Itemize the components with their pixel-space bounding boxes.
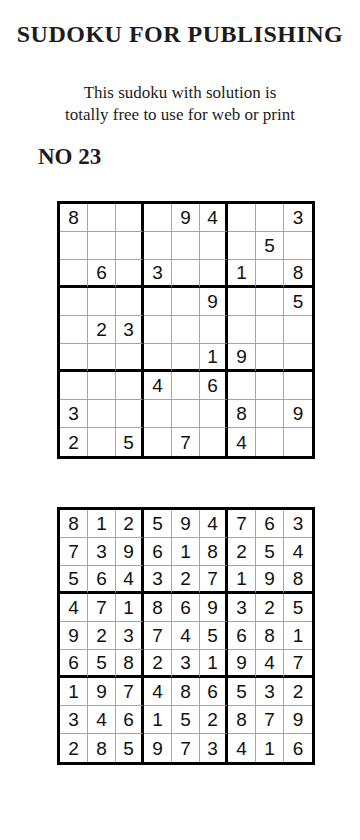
puzzle-cell-r8c7: 8 bbox=[228, 400, 256, 428]
solution-cell-r7c2: 9 bbox=[88, 678, 116, 706]
solution-cell-r7c1: 1 bbox=[60, 678, 88, 706]
puzzle-cell-r7c7 bbox=[228, 372, 256, 400]
solution-cell-r3c5: 2 bbox=[172, 566, 200, 594]
puzzle-cell-r4c1 bbox=[60, 288, 88, 316]
solution-cell-r8c8: 7 bbox=[256, 706, 284, 734]
puzzle-cell-r8c2 bbox=[88, 400, 116, 428]
solution-cell-r1c9: 3 bbox=[284, 510, 312, 538]
puzzle-cell-r5c5 bbox=[172, 316, 200, 344]
solution-cell-r5c9: 1 bbox=[284, 622, 312, 650]
puzzle-cell-r5c2: 2 bbox=[88, 316, 116, 344]
subtitle-line2: totally free to use for web or print bbox=[65, 105, 295, 124]
solution-cell-r4c7: 3 bbox=[228, 594, 256, 622]
solution-cell-r7c3: 7 bbox=[116, 678, 144, 706]
solution-cell-r2c5: 1 bbox=[172, 538, 200, 566]
solution-cell-r4c5: 6 bbox=[172, 594, 200, 622]
solution-cell-r4c4: 8 bbox=[144, 594, 172, 622]
solution-cell-r1c6: 4 bbox=[200, 510, 228, 538]
puzzle-cell-r4c6: 9 bbox=[200, 288, 228, 316]
solution-cell-r9c7: 4 bbox=[228, 734, 256, 762]
solution-cell-r3c3: 4 bbox=[116, 566, 144, 594]
puzzle-cell-r7c3 bbox=[116, 372, 144, 400]
solution-cell-r4c6: 9 bbox=[200, 594, 228, 622]
puzzle-cell-r9c2 bbox=[88, 428, 116, 456]
puzzle-cell-r1c4 bbox=[144, 204, 172, 232]
solution-cell-r2c9: 4 bbox=[284, 538, 312, 566]
page-title: SUDOKU FOR PUBLISHING bbox=[0, 21, 360, 48]
solution-cell-r8c3: 6 bbox=[116, 706, 144, 734]
puzzle-cell-r8c4 bbox=[144, 400, 172, 428]
puzzle-cell-r3c7: 1 bbox=[228, 260, 256, 288]
solution-cell-r5c5: 4 bbox=[172, 622, 200, 650]
solution-cell-r8c2: 4 bbox=[88, 706, 116, 734]
puzzle-cell-r2c7 bbox=[228, 232, 256, 260]
puzzle-cell-r5c9 bbox=[284, 316, 312, 344]
puzzle-cell-r9c9 bbox=[284, 428, 312, 456]
puzzle-cell-r6c2 bbox=[88, 344, 116, 372]
puzzle-cell-r3c1 bbox=[60, 260, 88, 288]
puzzle-cell-r8c3 bbox=[116, 400, 144, 428]
puzzle-cell-r6c4 bbox=[144, 344, 172, 372]
solution-cell-r6c4: 2 bbox=[144, 650, 172, 678]
solution-cell-r7c5: 8 bbox=[172, 678, 200, 706]
solution-cell-r2c6: 8 bbox=[200, 538, 228, 566]
solution-cell-r9c1: 2 bbox=[60, 734, 88, 762]
solution-cell-r4c9: 5 bbox=[284, 594, 312, 622]
puzzle-cell-r3c5 bbox=[172, 260, 200, 288]
puzzle-cell-r2c6 bbox=[200, 232, 228, 260]
solution-cell-r9c4: 9 bbox=[144, 734, 172, 762]
puzzle-cell-r6c6: 1 bbox=[200, 344, 228, 372]
solution-cell-r6c2: 5 bbox=[88, 650, 116, 678]
puzzle-cell-r4c5 bbox=[172, 288, 200, 316]
puzzle-cell-r7c6: 6 bbox=[200, 372, 228, 400]
solution-cell-r3c6: 7 bbox=[200, 566, 228, 594]
solution-cell-r2c1: 7 bbox=[60, 538, 88, 566]
puzzle-cell-r2c1 bbox=[60, 232, 88, 260]
puzzle-cell-r6c8 bbox=[256, 344, 284, 372]
puzzle-cell-r6c9 bbox=[284, 344, 312, 372]
solution-cell-r7c8: 3 bbox=[256, 678, 284, 706]
solution-cell-r9c2: 8 bbox=[88, 734, 116, 762]
solution-cell-r3c2: 6 bbox=[88, 566, 116, 594]
solution-cell-r6c1: 6 bbox=[60, 650, 88, 678]
solution-cell-r6c8: 4 bbox=[256, 650, 284, 678]
solution-cell-r2c4: 6 bbox=[144, 538, 172, 566]
puzzle-cell-r3c6 bbox=[200, 260, 228, 288]
puzzle-cell-r7c4: 4 bbox=[144, 372, 172, 400]
puzzle-cell-r1c9: 3 bbox=[284, 204, 312, 232]
solution-cell-r7c9: 2 bbox=[284, 678, 312, 706]
solution-cell-r4c3: 1 bbox=[116, 594, 144, 622]
puzzle-cell-r4c2 bbox=[88, 288, 116, 316]
puzzle-cell-r4c4 bbox=[144, 288, 172, 316]
solution-cell-r6c3: 8 bbox=[116, 650, 144, 678]
solution-cell-r9c3: 5 bbox=[116, 734, 144, 762]
puzzle-cell-r5c4 bbox=[144, 316, 172, 344]
solution-cell-r5c2: 2 bbox=[88, 622, 116, 650]
puzzle-cell-r1c7 bbox=[228, 204, 256, 232]
puzzle-cell-r6c3 bbox=[116, 344, 144, 372]
solution-cell-r1c7: 7 bbox=[228, 510, 256, 538]
solution-cell-r8c1: 3 bbox=[60, 706, 88, 734]
puzzle-cell-r2c9 bbox=[284, 232, 312, 260]
solution-cell-r8c9: 9 bbox=[284, 706, 312, 734]
solution-cell-r8c6: 2 bbox=[200, 706, 228, 734]
solution-cell-r6c5: 3 bbox=[172, 650, 200, 678]
puzzle-cell-r1c5: 9 bbox=[172, 204, 200, 232]
solution-cell-r8c4: 1 bbox=[144, 706, 172, 734]
puzzle-cell-r8c9: 9 bbox=[284, 400, 312, 428]
puzzle-cell-r9c3: 5 bbox=[116, 428, 144, 456]
solution-cell-r1c2: 1 bbox=[88, 510, 116, 538]
puzzle-cell-r5c7 bbox=[228, 316, 256, 344]
puzzle-cell-r9c4 bbox=[144, 428, 172, 456]
solution-cell-r3c8: 9 bbox=[256, 566, 284, 594]
puzzle-cell-r6c5 bbox=[172, 344, 200, 372]
puzzle-grid: 894356318952319463892574 bbox=[57, 201, 315, 459]
solution-cell-r5c6: 5 bbox=[200, 622, 228, 650]
puzzle-cell-r1c2 bbox=[88, 204, 116, 232]
page: SUDOKU FOR PUBLISHING This sudoku with s… bbox=[0, 0, 360, 840]
puzzle-cell-r5c3: 3 bbox=[116, 316, 144, 344]
solution-cell-r5c7: 6 bbox=[228, 622, 256, 650]
solution-cell-r3c1: 5 bbox=[60, 566, 88, 594]
solution-cell-r6c9: 7 bbox=[284, 650, 312, 678]
solution-cell-r1c4: 5 bbox=[144, 510, 172, 538]
solution-cell-r8c7: 8 bbox=[228, 706, 256, 734]
solution-cell-r8c5: 5 bbox=[172, 706, 200, 734]
puzzle-cell-r3c9: 8 bbox=[284, 260, 312, 288]
puzzle-cell-r1c8 bbox=[256, 204, 284, 232]
puzzle-cell-r1c6: 4 bbox=[200, 204, 228, 232]
puzzle-cell-r4c3 bbox=[116, 288, 144, 316]
puzzle-cell-r2c3 bbox=[116, 232, 144, 260]
puzzle-cell-r8c1: 3 bbox=[60, 400, 88, 428]
solution-cell-r3c9: 8 bbox=[284, 566, 312, 594]
solution-grid: 8125947637396182545643271984718693259237… bbox=[57, 507, 315, 765]
solution-cell-r5c1: 9 bbox=[60, 622, 88, 650]
puzzle-cell-r6c7: 9 bbox=[228, 344, 256, 372]
solution-cell-r9c6: 3 bbox=[200, 734, 228, 762]
solution-cell-r5c3: 3 bbox=[116, 622, 144, 650]
solution-cell-r2c8: 5 bbox=[256, 538, 284, 566]
solution-cell-r3c4: 3 bbox=[144, 566, 172, 594]
puzzle-number: NO 23 bbox=[38, 145, 101, 169]
puzzle-cell-r7c2 bbox=[88, 372, 116, 400]
puzzle-cell-r4c9: 5 bbox=[284, 288, 312, 316]
solution-cell-r4c1: 4 bbox=[60, 594, 88, 622]
solution-cell-r5c4: 7 bbox=[144, 622, 172, 650]
puzzle-cell-r6c1 bbox=[60, 344, 88, 372]
solution-cell-r7c4: 4 bbox=[144, 678, 172, 706]
puzzle-cell-r4c7 bbox=[228, 288, 256, 316]
puzzle-cell-r8c6 bbox=[200, 400, 228, 428]
puzzle-cell-r3c2: 6 bbox=[88, 260, 116, 288]
puzzle-cell-r8c8 bbox=[256, 400, 284, 428]
puzzle-cell-r3c4: 3 bbox=[144, 260, 172, 288]
puzzle-cell-r3c3 bbox=[116, 260, 144, 288]
solution-cell-r6c7: 9 bbox=[228, 650, 256, 678]
puzzle-cell-r7c1 bbox=[60, 372, 88, 400]
puzzle-cell-r7c9 bbox=[284, 372, 312, 400]
solution-cell-r1c3: 2 bbox=[116, 510, 144, 538]
solution-cell-r4c8: 2 bbox=[256, 594, 284, 622]
solution-cell-r9c8: 1 bbox=[256, 734, 284, 762]
puzzle-cell-r9c8 bbox=[256, 428, 284, 456]
solution-cell-r5c8: 8 bbox=[256, 622, 284, 650]
solution-cell-r9c5: 7 bbox=[172, 734, 200, 762]
solution-cell-r6c6: 1 bbox=[200, 650, 228, 678]
solution-cell-r2c7: 2 bbox=[228, 538, 256, 566]
puzzle-cell-r5c1 bbox=[60, 316, 88, 344]
solution-cell-r1c1: 8 bbox=[60, 510, 88, 538]
puzzle-cell-r1c1: 8 bbox=[60, 204, 88, 232]
puzzle-cell-r3c8 bbox=[256, 260, 284, 288]
subtitle: This sudoku with solution is totally fre… bbox=[0, 82, 360, 126]
subtitle-line1: This sudoku with solution is bbox=[84, 83, 277, 102]
solution-cell-r2c2: 3 bbox=[88, 538, 116, 566]
solution-cell-r2c3: 9 bbox=[116, 538, 144, 566]
puzzle-cell-r5c8 bbox=[256, 316, 284, 344]
puzzle-cell-r2c8: 5 bbox=[256, 232, 284, 260]
puzzle-cell-r5c6 bbox=[200, 316, 228, 344]
solution-cell-r4c2: 7 bbox=[88, 594, 116, 622]
solution-cell-r7c6: 6 bbox=[200, 678, 228, 706]
puzzle-cell-r2c4 bbox=[144, 232, 172, 260]
puzzle-cell-r7c8 bbox=[256, 372, 284, 400]
solution-cell-r3c7: 1 bbox=[228, 566, 256, 594]
puzzle-cell-r4c8 bbox=[256, 288, 284, 316]
puzzle-cell-r2c5 bbox=[172, 232, 200, 260]
puzzle-cell-r8c5 bbox=[172, 400, 200, 428]
puzzle-cell-r9c5: 7 bbox=[172, 428, 200, 456]
solution-cell-r1c5: 9 bbox=[172, 510, 200, 538]
puzzle-cell-r2c2 bbox=[88, 232, 116, 260]
puzzle-cell-r9c7: 4 bbox=[228, 428, 256, 456]
solution-cell-r1c8: 6 bbox=[256, 510, 284, 538]
puzzle-cell-r1c3 bbox=[116, 204, 144, 232]
solution-cell-r9c9: 6 bbox=[284, 734, 312, 762]
puzzle-cell-r7c5 bbox=[172, 372, 200, 400]
solution-cell-r7c7: 5 bbox=[228, 678, 256, 706]
puzzle-cell-r9c6 bbox=[200, 428, 228, 456]
puzzle-cell-r9c1: 2 bbox=[60, 428, 88, 456]
